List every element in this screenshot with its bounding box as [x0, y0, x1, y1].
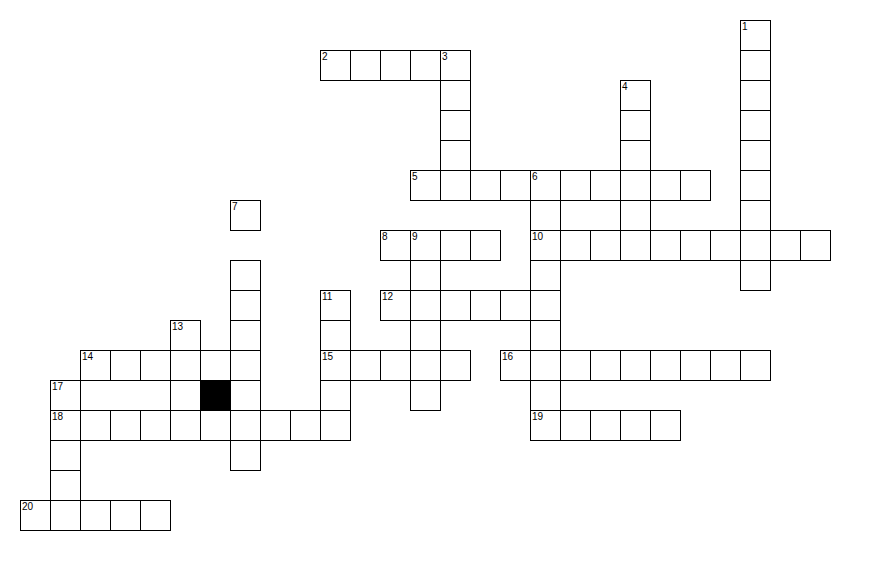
- clue-number: 17: [52, 381, 63, 392]
- grid-cell[interactable]: [440, 170, 471, 201]
- grid-cell[interactable]: 13: [170, 320, 201, 351]
- grid-cell[interactable]: [560, 350, 591, 381]
- grid-cell[interactable]: 2: [320, 50, 351, 81]
- grid-cell[interactable]: [440, 290, 471, 321]
- grid-cell[interactable]: 15: [320, 350, 351, 381]
- grid-cell[interactable]: [440, 230, 471, 261]
- grid-cell[interactable]: [350, 50, 381, 81]
- grid-cell[interactable]: [620, 200, 651, 231]
- grid-cell[interactable]: 12: [380, 290, 411, 321]
- grid-cell[interactable]: [620, 140, 651, 171]
- grid-cell[interactable]: [80, 500, 111, 531]
- grid-cell[interactable]: [320, 380, 351, 411]
- clue-number: 7: [232, 201, 238, 212]
- grid-cell[interactable]: [590, 410, 621, 441]
- grid-cell[interactable]: [80, 410, 111, 441]
- grid-cell[interactable]: [590, 170, 621, 201]
- grid-cell[interactable]: 10: [530, 230, 561, 261]
- grid-cell[interactable]: [260, 410, 291, 441]
- blocked-cell: [200, 380, 231, 411]
- grid-cell[interactable]: [50, 470, 81, 501]
- grid-cell[interactable]: [380, 350, 411, 381]
- clue-number: 14: [82, 351, 93, 362]
- grid-cell[interactable]: [170, 350, 201, 381]
- grid-cell[interactable]: [620, 230, 651, 261]
- grid-cell[interactable]: [530, 200, 561, 231]
- grid-cell[interactable]: [470, 170, 501, 201]
- grid-cell[interactable]: [350, 350, 381, 381]
- grid-cell[interactable]: [230, 290, 261, 321]
- clue-number: 11: [322, 291, 332, 302]
- grid-cell[interactable]: [320, 320, 351, 351]
- grid-cell[interactable]: 14: [80, 350, 111, 381]
- grid-cell[interactable]: 6: [530, 170, 561, 201]
- grid-cell[interactable]: [650, 350, 681, 381]
- clue-number: 10: [532, 231, 543, 242]
- grid-cell[interactable]: [530, 290, 561, 321]
- grid-cell[interactable]: 4: [620, 80, 651, 111]
- grid-cell[interactable]: [620, 410, 651, 441]
- clue-number: 19: [532, 411, 543, 422]
- grid-cell[interactable]: [470, 290, 501, 321]
- grid-cell[interactable]: [320, 410, 351, 441]
- grid-cell[interactable]: [680, 170, 711, 201]
- grid-cell[interactable]: [770, 230, 801, 261]
- grid-cell[interactable]: [170, 380, 201, 411]
- grid-cell[interactable]: [410, 350, 441, 381]
- grid-cell[interactable]: [380, 50, 411, 81]
- grid-cell[interactable]: [230, 440, 261, 471]
- grid-cell[interactable]: [530, 320, 561, 351]
- grid-cell[interactable]: [620, 350, 651, 381]
- grid-cell[interactable]: [200, 410, 231, 441]
- grid-cell[interactable]: [740, 140, 771, 171]
- grid-cell[interactable]: [560, 230, 591, 261]
- grid-cell[interactable]: [440, 140, 471, 171]
- grid-cell[interactable]: [590, 350, 621, 381]
- grid-cell[interactable]: [740, 350, 771, 381]
- grid-cell[interactable]: [230, 260, 261, 291]
- grid-cell[interactable]: [410, 50, 441, 81]
- grid-cell[interactable]: [530, 260, 561, 291]
- grid-cell[interactable]: [500, 170, 531, 201]
- grid-cell[interactable]: [110, 410, 141, 441]
- grid-cell[interactable]: 5: [410, 170, 441, 201]
- grid-cell[interactable]: [800, 230, 831, 261]
- grid-cell[interactable]: [410, 380, 441, 411]
- grid-cell[interactable]: [110, 350, 141, 381]
- clue-number: 6: [532, 171, 538, 182]
- clue-number: 15: [322, 351, 333, 362]
- grid-cell[interactable]: [140, 410, 171, 441]
- grid-cell[interactable]: 18: [50, 410, 81, 441]
- grid-cell[interactable]: [680, 230, 711, 261]
- grid-cell[interactable]: 8: [380, 230, 411, 261]
- grid-cell[interactable]: 1: [740, 20, 771, 51]
- grid-cell[interactable]: [620, 170, 651, 201]
- grid-cell[interactable]: [470, 230, 501, 261]
- grid-cell[interactable]: [590, 230, 621, 261]
- grid-cell[interactable]: 11: [320, 290, 351, 321]
- clue-number: 1: [742, 21, 748, 32]
- grid-cell[interactable]: [740, 80, 771, 111]
- grid-cell[interactable]: [140, 350, 171, 381]
- grid-cell[interactable]: [290, 410, 321, 441]
- grid-cell[interactable]: [710, 350, 741, 381]
- grid-cell[interactable]: [440, 110, 471, 141]
- clue-number: 13: [172, 321, 183, 332]
- grid-cell[interactable]: 9: [410, 230, 441, 261]
- grid-cell[interactable]: [740, 170, 771, 201]
- grid-cell[interactable]: 16: [500, 350, 531, 381]
- grid-cell[interactable]: [740, 260, 771, 291]
- grid-cell[interactable]: [110, 500, 141, 531]
- clue-number: 2: [322, 51, 328, 62]
- grid-cell[interactable]: [740, 50, 771, 81]
- grid-cell[interactable]: [530, 380, 561, 411]
- grid-cell[interactable]: [650, 230, 681, 261]
- grid-cell[interactable]: [560, 170, 591, 201]
- grid-cell[interactable]: 7: [230, 200, 261, 231]
- grid-cell[interactable]: [710, 230, 741, 261]
- grid-cell[interactable]: [200, 350, 231, 381]
- grid-cell[interactable]: [440, 350, 471, 381]
- clue-number: 9: [412, 231, 418, 242]
- grid-cell[interactable]: [650, 410, 681, 441]
- grid-cell[interactable]: 19: [530, 410, 561, 441]
- clue-number: 20: [22, 501, 33, 512]
- clue-number: 8: [382, 231, 388, 242]
- grid-cell[interactable]: [740, 200, 771, 231]
- grid-cell[interactable]: [560, 410, 591, 441]
- grid-cell[interactable]: [740, 110, 771, 141]
- grid-cell[interactable]: 20: [20, 500, 51, 531]
- grid-cell[interactable]: [230, 380, 261, 411]
- grid-cell[interactable]: [620, 110, 651, 141]
- clue-number: 12: [382, 291, 393, 302]
- grid-cell[interactable]: [410, 260, 441, 291]
- grid-cell[interactable]: [740, 230, 771, 261]
- grid-cell[interactable]: [530, 350, 561, 381]
- grid-cell[interactable]: [500, 290, 531, 321]
- crossword-board: 1234567891011121314151617181920: [0, 0, 880, 580]
- grid-cell[interactable]: [440, 80, 471, 111]
- grid-cell[interactable]: [50, 500, 81, 531]
- clue-number: 5: [412, 171, 418, 182]
- grid-cell[interactable]: [410, 320, 441, 351]
- grid-cell[interactable]: 17: [50, 380, 81, 411]
- clue-number: 18: [52, 411, 63, 422]
- grid-cell[interactable]: 3: [440, 50, 471, 81]
- grid-cell[interactable]: [650, 170, 681, 201]
- grid-cell[interactable]: [170, 410, 201, 441]
- clue-number: 3: [442, 51, 448, 62]
- grid-cell[interactable]: [230, 350, 261, 381]
- clue-number: 4: [622, 81, 628, 92]
- grid-cell[interactable]: [410, 290, 441, 321]
- grid-cell[interactable]: [680, 350, 711, 381]
- grid-cell[interactable]: [230, 320, 261, 351]
- crossword-page: 1234567891011121314151617181920: [0, 0, 880, 580]
- grid-cell[interactable]: [230, 410, 261, 441]
- grid-cell[interactable]: [50, 440, 81, 471]
- grid-cell[interactable]: [140, 500, 171, 531]
- clue-number: 16: [502, 351, 513, 362]
